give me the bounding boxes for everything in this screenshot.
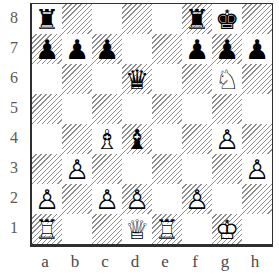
square-g3[interactable] bbox=[212, 154, 242, 184]
piece-bP-h7[interactable]: ♟♟ bbox=[242, 34, 272, 64]
square-g8[interactable]: ♚♚ bbox=[212, 4, 242, 34]
piece-wR-a1[interactable]: ♜♖ bbox=[32, 214, 62, 244]
square-g2[interactable] bbox=[212, 184, 242, 214]
square-b6[interactable] bbox=[62, 64, 92, 94]
rank-label-3: 3 bbox=[0, 153, 28, 183]
square-e7[interactable] bbox=[152, 34, 182, 64]
piece-wK-g1[interactable]: ♚♔ bbox=[212, 214, 242, 244]
piece-glyph: ♙ bbox=[242, 154, 272, 184]
square-a6[interactable] bbox=[32, 64, 62, 94]
square-f2[interactable]: ♟♙ bbox=[182, 184, 212, 214]
piece-glyph: ♙ bbox=[212, 124, 242, 154]
piece-glyph: ♕ bbox=[122, 214, 152, 244]
square-g5[interactable] bbox=[212, 94, 242, 124]
piece-glyph: ♝ bbox=[122, 124, 152, 154]
square-d5[interactable] bbox=[122, 94, 152, 124]
square-e2[interactable] bbox=[152, 184, 182, 214]
piece-wP-g4[interactable]: ♟♙ bbox=[212, 124, 242, 154]
rank-labels: 87654321 bbox=[0, 3, 28, 243]
square-d6[interactable]: ♛♛ bbox=[122, 64, 152, 94]
square-b1[interactable] bbox=[62, 214, 92, 244]
square-e6[interactable] bbox=[152, 64, 182, 94]
piece-glyph: ♘ bbox=[212, 64, 242, 94]
piece-wP-d2[interactable]: ♟♙ bbox=[122, 184, 152, 214]
rank-label-8: 8 bbox=[0, 3, 28, 33]
square-a1[interactable]: ♜♖ bbox=[32, 214, 62, 244]
square-f5[interactable] bbox=[182, 94, 212, 124]
piece-bQ-d6[interactable]: ♛♛ bbox=[122, 64, 152, 94]
square-c7[interactable]: ♟♟ bbox=[92, 34, 122, 64]
piece-glyph: ♜ bbox=[32, 4, 62, 34]
square-a4[interactable] bbox=[32, 124, 62, 154]
square-b5[interactable] bbox=[62, 94, 92, 124]
rank-label-2: 2 bbox=[0, 183, 28, 213]
piece-glyph: ♙ bbox=[182, 184, 212, 214]
piece-bR-a8[interactable]: ♜♜ bbox=[32, 4, 62, 34]
square-h5[interactable] bbox=[242, 94, 272, 124]
piece-glyph: ♚ bbox=[212, 4, 242, 34]
piece-bR-f8[interactable]: ♜♜ bbox=[182, 4, 212, 34]
rank-label-4: 4 bbox=[0, 123, 28, 153]
piece-glyph: ♜ bbox=[182, 4, 212, 34]
square-g4[interactable]: ♟♙ bbox=[212, 124, 242, 154]
piece-glyph: ♖ bbox=[32, 214, 62, 244]
square-f3[interactable] bbox=[182, 154, 212, 184]
square-c8[interactable] bbox=[92, 4, 122, 34]
square-g1[interactable]: ♚♔ bbox=[212, 214, 242, 244]
square-f7[interactable]: ♟♟ bbox=[182, 34, 212, 64]
piece-glyph: ♙ bbox=[32, 184, 62, 214]
square-d7[interactable] bbox=[122, 34, 152, 64]
file-label-a: a bbox=[30, 249, 60, 275]
chess-board: ♜♜♜♜♚♚♟♟♟♟♟♟♟♟♟♟♟♟♛♛♞♘♝♗♝♝♟♙♟♙♟♙♟♙♟♙♟♙♟♙… bbox=[30, 3, 273, 247]
square-h7[interactable]: ♟♟ bbox=[242, 34, 272, 64]
piece-glyph: ♟ bbox=[242, 34, 272, 64]
square-c4[interactable]: ♝♗ bbox=[92, 124, 122, 154]
square-b3[interactable]: ♟♙ bbox=[62, 154, 92, 184]
piece-bP-c7[interactable]: ♟♟ bbox=[92, 34, 122, 64]
file-label-d: d bbox=[120, 249, 150, 275]
piece-bP-a7[interactable]: ♟♟ bbox=[32, 34, 62, 64]
piece-glyph: ♙ bbox=[62, 154, 92, 184]
piece-wP-b3[interactable]: ♟♙ bbox=[62, 154, 92, 184]
square-d2[interactable]: ♟♙ bbox=[122, 184, 152, 214]
piece-wP-f2[interactable]: ♟♙ bbox=[182, 184, 212, 214]
square-d4[interactable]: ♝♝ bbox=[122, 124, 152, 154]
file-label-f: f bbox=[180, 249, 210, 275]
square-f4[interactable] bbox=[182, 124, 212, 154]
square-e5[interactable] bbox=[152, 94, 182, 124]
square-b8[interactable] bbox=[62, 4, 92, 34]
piece-wB-c4[interactable]: ♝♗ bbox=[92, 124, 122, 154]
square-c5[interactable] bbox=[92, 94, 122, 124]
piece-glyph: ♛ bbox=[122, 64, 152, 94]
rank-label-1: 1 bbox=[0, 213, 28, 243]
piece-bB-d4[interactable]: ♝♝ bbox=[122, 124, 152, 154]
file-label-g: g bbox=[210, 249, 240, 275]
square-e3[interactable] bbox=[152, 154, 182, 184]
square-a5[interactable] bbox=[32, 94, 62, 124]
file-label-e: e bbox=[150, 249, 180, 275]
rank-label-7: 7 bbox=[0, 33, 28, 63]
square-g7[interactable]: ♟♟ bbox=[212, 34, 242, 64]
square-a8[interactable]: ♜♜ bbox=[32, 4, 62, 34]
piece-wR-e1[interactable]: ♜♖ bbox=[152, 214, 182, 244]
square-h2[interactable] bbox=[242, 184, 272, 214]
piece-wP-h3[interactable]: ♟♙ bbox=[242, 154, 272, 184]
piece-wQ-d1[interactable]: ♛♕ bbox=[122, 214, 152, 244]
square-f8[interactable]: ♜♜ bbox=[182, 4, 212, 34]
piece-wP-a2[interactable]: ♟♙ bbox=[32, 184, 62, 214]
square-c2[interactable]: ♟♙ bbox=[92, 184, 122, 214]
piece-wN-g6[interactable]: ♞♘ bbox=[212, 64, 242, 94]
square-c6[interactable] bbox=[92, 64, 122, 94]
rank-label-6: 6 bbox=[0, 63, 28, 93]
piece-glyph: ♟ bbox=[92, 34, 122, 64]
square-b4[interactable] bbox=[62, 124, 92, 154]
file-label-h: h bbox=[240, 249, 270, 275]
square-h1[interactable] bbox=[242, 214, 272, 244]
file-labels: abcdefgh bbox=[30, 249, 270, 275]
square-b2[interactable] bbox=[62, 184, 92, 214]
square-f1[interactable] bbox=[182, 214, 212, 244]
square-h8[interactable] bbox=[242, 4, 272, 34]
square-d3[interactable] bbox=[122, 154, 152, 184]
piece-glyph: ♗ bbox=[92, 124, 122, 154]
square-a7[interactable]: ♟♟ bbox=[32, 34, 62, 64]
chess-diagram: 87654321 ♜♜♜♜♚♚♟♟♟♟♟♟♟♟♟♟♟♟♛♛♞♘♝♗♝♝♟♙♟♙♟… bbox=[0, 0, 279, 280]
piece-glyph: ♙ bbox=[92, 184, 122, 214]
square-a2[interactable]: ♟♙ bbox=[32, 184, 62, 214]
square-h4[interactable] bbox=[242, 124, 272, 154]
square-d1[interactable]: ♛♕ bbox=[122, 214, 152, 244]
square-a3[interactable] bbox=[32, 154, 62, 184]
piece-glyph: ♟ bbox=[182, 34, 212, 64]
square-h3[interactable]: ♟♙ bbox=[242, 154, 272, 184]
rank-label-5: 5 bbox=[0, 93, 28, 123]
piece-glyph: ♟ bbox=[32, 34, 62, 64]
piece-bP-f7[interactable]: ♟♟ bbox=[182, 34, 212, 64]
piece-wP-c2[interactable]: ♟♙ bbox=[92, 184, 122, 214]
file-label-b: b bbox=[60, 249, 90, 275]
square-b7[interactable]: ♟♟ bbox=[62, 34, 92, 64]
piece-bP-g7[interactable]: ♟♟ bbox=[212, 34, 242, 64]
piece-bP-b7[interactable]: ♟♟ bbox=[62, 34, 92, 64]
piece-glyph: ♔ bbox=[212, 214, 242, 244]
square-e8[interactable] bbox=[152, 4, 182, 34]
square-c1[interactable] bbox=[92, 214, 122, 244]
file-label-c: c bbox=[90, 249, 120, 275]
square-h6[interactable] bbox=[242, 64, 272, 94]
piece-bK-g8[interactable]: ♚♚ bbox=[212, 4, 242, 34]
piece-glyph: ♙ bbox=[122, 184, 152, 214]
square-g6[interactable]: ♞♘ bbox=[212, 64, 242, 94]
square-c3[interactable] bbox=[92, 154, 122, 184]
piece-glyph: ♟ bbox=[62, 34, 92, 64]
square-e4[interactable] bbox=[152, 124, 182, 154]
square-f6[interactable] bbox=[182, 64, 212, 94]
piece-glyph: ♟ bbox=[212, 34, 242, 64]
square-d8[interactable] bbox=[122, 4, 152, 34]
piece-glyph: ♖ bbox=[152, 214, 182, 244]
square-e1[interactable]: ♜♖ bbox=[152, 214, 182, 244]
